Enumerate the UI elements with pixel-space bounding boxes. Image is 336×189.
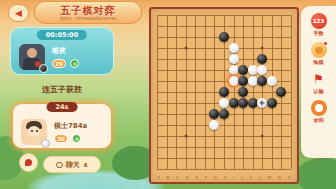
coordinate-label: F <box>205 175 207 180</box>
coordinate-label: M <box>268 175 271 180</box>
coordinate-label: L <box>259 175 261 180</box>
stone-black <box>276 87 286 97</box>
stone-white <box>229 54 239 64</box>
stone-white <box>248 65 258 75</box>
chat-chevron-icon: ∧ <box>83 161 89 169</box>
flag-icon: ⚑ <box>311 71 327 87</box>
avatar-face <box>28 126 40 137</box>
stone-black <box>238 87 248 97</box>
player1-card: 00:05:00 暗夜 29 <box>10 27 114 75</box>
page-title: 五子棋对弈 <box>61 5 116 16</box>
player1-timer: 00:05:00 <box>37 30 87 40</box>
move-count-button[interactable]: 123 手数 <box>301 13 336 36</box>
grid-line <box>157 158 291 159</box>
move-count-icon: 123 <box>311 13 327 29</box>
stone-black <box>257 76 267 86</box>
back-arrow-icon: ◀ <box>15 8 22 18</box>
stone-white <box>219 98 229 108</box>
stone-white-last-move <box>257 98 267 108</box>
coordinate-label: D <box>186 175 189 180</box>
stone-black <box>238 76 248 86</box>
player2-coin-badge <box>72 134 81 143</box>
player1-coin-badge <box>70 59 79 68</box>
gomoku-board[interactable]: ABCDEFGHIJKLMNO <box>149 7 299 184</box>
stone-black <box>248 98 258 108</box>
coordinate-label: K <box>249 175 252 180</box>
avatar-head <box>27 48 37 58</box>
app-root: ◀ 五子棋对弈 房间号：7876994656298756 00:05:00 暗夜… <box>0 0 336 189</box>
title-banner: 五子棋对弈 房间号：7876994656298756 <box>34 1 142 24</box>
board-letters: ABCDEFGHIJKLMNO <box>157 175 291 180</box>
grid-line <box>157 169 291 170</box>
star-point <box>261 135 264 138</box>
grid-line <box>234 15 235 169</box>
stone-white <box>209 120 219 130</box>
grid-line <box>272 15 273 169</box>
star-point <box>261 47 264 50</box>
grid-line <box>262 15 263 169</box>
grid-line <box>157 147 291 148</box>
stone-white <box>229 43 239 53</box>
coordinate-label: I <box>233 175 234 180</box>
stone-white <box>229 76 239 86</box>
coordinate-label: E <box>195 175 198 180</box>
coordinate-label: B <box>167 175 170 180</box>
stone-white <box>267 76 277 86</box>
stone-black <box>219 109 229 119</box>
coordinate-label: N <box>278 175 281 180</box>
board-inner[interactable] <box>157 15 291 169</box>
stone-white <box>229 65 239 75</box>
coordinate-label: G <box>214 175 217 180</box>
stone-black <box>209 109 219 119</box>
stone-black <box>267 98 277 108</box>
player1-avatar[interactable] <box>19 44 45 70</box>
back-button[interactable]: ◀ <box>8 4 29 22</box>
stone-black <box>238 98 248 108</box>
undo-button[interactable]: 悔棋 <box>301 42 336 65</box>
coordinate-label: H <box>224 175 227 180</box>
player1-name: 暗夜 <box>52 46 66 56</box>
coordinate-label: A <box>157 175 160 180</box>
white-stone-indicator <box>41 139 50 148</box>
emote-button[interactable] <box>19 153 38 172</box>
player2-timer: 24s <box>47 102 78 112</box>
ring-icon <box>311 100 327 116</box>
star-point <box>184 135 187 138</box>
stone-white <box>248 76 258 86</box>
notification-dot <box>323 41 328 46</box>
stone-black <box>219 87 229 97</box>
hand-icon <box>311 42 327 58</box>
stone-black <box>238 65 248 75</box>
room-number: 房间号：7876994656298756 <box>60 16 117 21</box>
stone-black <box>219 32 229 42</box>
player2-avatar[interactable] <box>21 119 47 145</box>
coordinate-label: C <box>176 175 179 180</box>
star-point <box>184 47 187 50</box>
avatar-eye <box>31 130 33 132</box>
player2-level-badge: 30 <box>54 134 68 143</box>
grid-line <box>253 15 254 169</box>
chat-bubble-icon <box>56 162 63 168</box>
action-sidebar: 123 手数 悔棋 ⚑ 认输 求和 <box>301 6 336 158</box>
grid-line <box>291 15 292 169</box>
player2-name: 棋士784a <box>54 121 87 131</box>
stone-black <box>229 98 239 108</box>
resign-button[interactable]: ⚑ 认输 <box>301 71 336 94</box>
player2-card: 24s 棋士784a 30 <box>12 103 112 149</box>
black-stone-indicator <box>39 64 48 73</box>
stone-white <box>257 65 267 75</box>
coordinate-label: J <box>241 175 242 180</box>
chat-button[interactable]: 聊天 ∧ <box>43 156 101 173</box>
coordinate-label: O <box>288 175 291 180</box>
avatar-eye <box>36 130 38 132</box>
player1-level-badge: 29 <box>52 59 66 68</box>
bush-decoration <box>296 158 336 189</box>
chat-label: 聊天 <box>66 160 80 170</box>
rule-text: 连五子获胜 <box>10 84 114 95</box>
draw-offer-button[interactable]: 求和 <box>301 100 336 123</box>
emote-icon <box>25 159 32 166</box>
stone-black <box>257 54 267 64</box>
